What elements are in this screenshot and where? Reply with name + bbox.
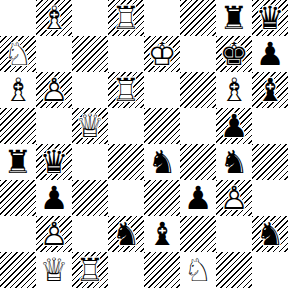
piece-white-bishop[interactable]: ♝♗: [36, 0, 72, 36]
square-b7[interactable]: [36, 36, 72, 72]
piece-black-pawn[interactable]: ♟♟: [252, 36, 288, 72]
black-knight-glyph: ♞: [256, 216, 285, 252]
square-g6[interactable]: ♝♗: [216, 72, 252, 108]
white-pawn-glyph: ♙: [40, 72, 69, 108]
piece-white-pawn[interactable]: ♟♙: [36, 72, 72, 108]
black-pawn-glyph: ♟: [256, 36, 285, 72]
square-f5[interactable]: [180, 108, 216, 144]
white-pawn-glyph: ♙: [220, 180, 249, 216]
square-c6[interactable]: [72, 72, 108, 108]
black-rook-glyph: ♜: [220, 0, 249, 36]
square-e5[interactable]: [144, 108, 180, 144]
piece-black-knight[interactable]: ♞♞: [108, 216, 144, 252]
square-d2[interactable]: ♞♞: [108, 216, 144, 252]
black-rook-glyph: ♜: [4, 144, 33, 180]
black-pawn-glyph: ♟: [220, 108, 249, 144]
white-queen-glyph: ♕: [76, 108, 105, 144]
square-f4[interactable]: [180, 144, 216, 180]
black-knight-glyph: ♞: [112, 216, 141, 252]
black-pawn-glyph: ♟: [40, 180, 69, 216]
square-f6[interactable]: [180, 72, 216, 108]
square-g8[interactable]: ♜♜: [216, 0, 252, 36]
square-a8[interactable]: [0, 0, 36, 36]
square-d8[interactable]: ♜♖: [108, 0, 144, 36]
square-d7[interactable]: [108, 36, 144, 72]
piece-white-queen[interactable]: ♛♕: [36, 252, 72, 288]
white-rook-glyph: ♖: [112, 0, 141, 36]
piece-white-knight[interactable]: ♞♘: [0, 36, 36, 72]
piece-white-bishop[interactable]: ♝♗: [216, 72, 252, 108]
square-h5[interactable]: [252, 108, 288, 144]
square-e7[interactable]: ♚♔: [144, 36, 180, 72]
square-a6[interactable]: ♝♗: [0, 72, 36, 108]
square-g2[interactable]: [216, 216, 252, 252]
square-b5[interactable]: [36, 108, 72, 144]
square-e1[interactable]: [144, 252, 180, 288]
square-f8[interactable]: [180, 0, 216, 36]
black-bishop-glyph: ♝: [148, 216, 177, 252]
square-d6[interactable]: ♜♖: [108, 72, 144, 108]
square-d3[interactable]: [108, 180, 144, 216]
white-king-glyph: ♔: [148, 36, 177, 72]
square-c8[interactable]: [72, 0, 108, 36]
square-h4[interactable]: [252, 144, 288, 180]
square-f1[interactable]: ♞♘: [180, 252, 216, 288]
piece-black-rook[interactable]: ♜♜: [0, 144, 36, 180]
piece-white-queen[interactable]: ♛♕: [72, 108, 108, 144]
piece-black-bishop[interactable]: ♝♝: [144, 216, 180, 252]
square-e8[interactable]: [144, 0, 180, 36]
piece-white-rook[interactable]: ♜♖: [108, 0, 144, 36]
piece-white-bishop[interactable]: ♝♗: [0, 72, 36, 108]
square-c1[interactable]: ♜♖: [72, 252, 108, 288]
black-knight-glyph: ♞: [220, 144, 249, 180]
piece-black-pawn[interactable]: ♟♟: [36, 180, 72, 216]
square-c3[interactable]: [72, 180, 108, 216]
piece-black-knight[interactable]: ♞♞: [216, 144, 252, 180]
piece-black-knight[interactable]: ♞♞: [144, 144, 180, 180]
square-b6[interactable]: ♟♙: [36, 72, 72, 108]
piece-white-pawn[interactable]: ♟♙: [36, 216, 72, 252]
square-g1[interactable]: [216, 252, 252, 288]
black-king-glyph: ♚: [220, 36, 249, 72]
square-b2[interactable]: ♟♙: [36, 216, 72, 252]
black-knight-glyph: ♞: [148, 144, 177, 180]
square-e3[interactable]: [144, 180, 180, 216]
piece-black-rook[interactable]: ♜♜: [216, 0, 252, 36]
square-e2[interactable]: ♝♝: [144, 216, 180, 252]
piece-black-pawn[interactable]: ♟♟: [216, 108, 252, 144]
white-rook-glyph: ♖: [76, 252, 105, 288]
piece-black-pawn[interactable]: ♟♟: [180, 180, 216, 216]
white-knight-glyph: ♘: [184, 252, 213, 288]
square-h7[interactable]: ♟♟: [252, 36, 288, 72]
square-d5[interactable]: [108, 108, 144, 144]
square-g5[interactable]: ♟♟: [216, 108, 252, 144]
white-bishop-glyph: ♗: [40, 0, 69, 36]
square-b4[interactable]: ♛♛: [36, 144, 72, 180]
piece-black-knight[interactable]: ♞♞: [252, 216, 288, 252]
white-bishop-glyph: ♗: [4, 72, 33, 108]
square-h2[interactable]: ♞♞: [252, 216, 288, 252]
square-c7[interactable]: [72, 36, 108, 72]
piece-black-king[interactable]: ♚♚: [216, 36, 252, 72]
piece-white-rook[interactable]: ♜♖: [72, 252, 108, 288]
square-f3[interactable]: ♟♟: [180, 180, 216, 216]
square-e6[interactable]: [144, 72, 180, 108]
square-c5[interactable]: ♛♕: [72, 108, 108, 144]
piece-white-pawn[interactable]: ♟♙: [216, 180, 252, 216]
black-pawn-glyph: ♟: [184, 180, 213, 216]
square-h8[interactable]: ♛♛: [252, 0, 288, 36]
piece-black-bishop[interactable]: ♝♝: [252, 72, 288, 108]
piece-black-queen[interactable]: ♛♛: [36, 144, 72, 180]
black-queen-glyph: ♛: [256, 0, 285, 36]
square-b1[interactable]: ♛♕: [36, 252, 72, 288]
white-rook-glyph: ♖: [112, 72, 141, 108]
black-bishop-glyph: ♝: [256, 72, 285, 108]
white-queen-glyph: ♕: [40, 252, 69, 288]
square-g4[interactable]: ♞♞: [216, 144, 252, 180]
white-bishop-glyph: ♗: [220, 72, 249, 108]
square-a2[interactable]: [0, 216, 36, 252]
square-b8[interactable]: ♝♗: [36, 0, 72, 36]
chess-board: ♝♗♜♖♜♜♛♛♞♘♚♔♚♚♟♟♝♗♟♙♜♖♝♗♝♝♛♕♟♟♜♜♛♛♞♞♞♞♟♟…: [0, 0, 288, 288]
square-c2[interactable]: [72, 216, 108, 252]
square-h3[interactable]: [252, 180, 288, 216]
square-a3[interactable]: [0, 180, 36, 216]
square-a4[interactable]: ♜♜: [0, 144, 36, 180]
square-g3[interactable]: ♟♙: [216, 180, 252, 216]
square-d1[interactable]: [108, 252, 144, 288]
square-a5[interactable]: [0, 108, 36, 144]
white-pawn-glyph: ♙: [40, 216, 69, 252]
piece-white-king[interactable]: ♚♔: [144, 36, 180, 72]
square-c4[interactable]: [72, 144, 108, 180]
square-a7[interactable]: ♞♘: [0, 36, 36, 72]
square-h1[interactable]: [252, 252, 288, 288]
square-f7[interactable]: [180, 36, 216, 72]
piece-black-queen[interactable]: ♛♛: [252, 0, 288, 36]
square-d4[interactable]: [108, 144, 144, 180]
square-g7[interactable]: ♚♚: [216, 36, 252, 72]
square-a1[interactable]: [0, 252, 36, 288]
square-h6[interactable]: ♝♝: [252, 72, 288, 108]
square-f2[interactable]: [180, 216, 216, 252]
square-b3[interactable]: ♟♟: [36, 180, 72, 216]
piece-white-knight[interactable]: ♞♘: [180, 252, 216, 288]
square-e4[interactable]: ♞♞: [144, 144, 180, 180]
white-knight-glyph: ♘: [4, 36, 33, 72]
piece-white-rook[interactable]: ♜♖: [108, 72, 144, 108]
black-queen-glyph: ♛: [40, 144, 69, 180]
